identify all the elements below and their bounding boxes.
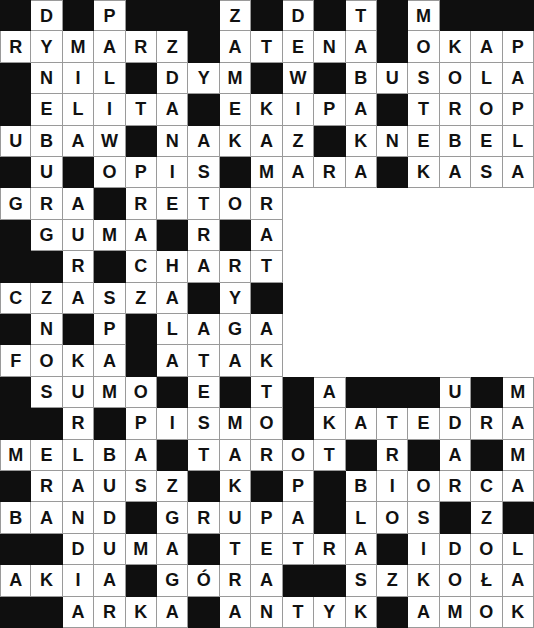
cell-r5-c12[interactable]: K <box>346 126 377 157</box>
cell-r16-c14[interactable]: O <box>408 471 439 502</box>
cell-r10-c12 <box>346 283 377 314</box>
cell-r2-c13 <box>377 31 408 62</box>
cell-r2-c11[interactable]: N <box>314 31 345 62</box>
cell-r5-c4[interactable]: W <box>94 126 125 157</box>
cell-r14-c5[interactable]: P <box>126 408 157 439</box>
cell-r7-c10 <box>283 188 314 219</box>
cell-r15-c6 <box>157 440 188 471</box>
cell-r6-c12[interactable]: A <box>346 157 377 188</box>
cell-r10-c2[interactable]: Z <box>31 283 62 314</box>
cell-r1-c11 <box>314 0 345 31</box>
cell-r8-c11 <box>314 220 345 251</box>
cell-r1-c7 <box>188 0 219 31</box>
cell-r14-c13[interactable]: T <box>377 408 408 439</box>
cell-r11-c3 <box>63 314 94 345</box>
cell-r14-c8[interactable]: M <box>220 408 251 439</box>
cell-r12-c4[interactable]: A <box>94 345 125 376</box>
cell-r17-c4[interactable]: D <box>94 502 125 533</box>
cell-r18-c15[interactable]: D <box>440 534 471 565</box>
cell-r18-c12[interactable]: A <box>346 534 377 565</box>
cell-r15-c12 <box>346 440 377 471</box>
cell-r17-c9[interactable]: P <box>251 502 282 533</box>
cell-r15-c4[interactable]: B <box>94 440 125 471</box>
cell-r18-c5[interactable]: M <box>126 534 157 565</box>
cell-r16-c13[interactable]: I <box>377 471 408 502</box>
cell-r6-c6[interactable]: I <box>157 157 188 188</box>
cell-r4-c3[interactable]: L <box>63 94 94 125</box>
cell-r13-c8 <box>220 377 251 408</box>
cell-r15-c8[interactable]: A <box>220 440 251 471</box>
cell-r12-c9[interactable]: K <box>251 345 282 376</box>
cell-r18-c7 <box>188 534 219 565</box>
cell-r18-c16[interactable]: O <box>471 534 502 565</box>
cell-r7-c13 <box>377 188 408 219</box>
cell-r2-c14[interactable]: O <box>408 31 439 62</box>
cell-r10-c11 <box>314 283 345 314</box>
cell-r14-c1 <box>0 408 31 439</box>
cell-r8-c8 <box>220 220 251 251</box>
cell-r20-c3[interactable]: A <box>63 597 94 628</box>
cell-r4-c2[interactable]: E <box>31 94 62 125</box>
cell-r3-c17[interactable]: A <box>503 63 534 94</box>
cell-r20-c15[interactable]: M <box>440 597 471 628</box>
cell-r2-c8[interactable]: A <box>220 31 251 62</box>
cell-r2-c5[interactable]: R <box>126 31 157 62</box>
cell-r2-c16[interactable]: A <box>471 31 502 62</box>
cell-r1-c8[interactable]: Z <box>220 0 251 31</box>
cell-r14-c10 <box>283 408 314 439</box>
cell-r10-c7 <box>188 283 219 314</box>
cell-r16-c3[interactable]: A <box>63 471 94 502</box>
cell-r9-c15 <box>440 251 471 282</box>
cell-r3-c8[interactable]: M <box>220 63 251 94</box>
cell-r2-c15[interactable]: K <box>440 31 471 62</box>
cell-r20-c8[interactable]: A <box>220 597 251 628</box>
cell-r6-c7[interactable]: S <box>188 157 219 188</box>
cell-r20-c6[interactable]: A <box>157 597 188 628</box>
cell-r19-c9[interactable]: A <box>251 565 282 596</box>
cell-r2-c1[interactable]: R <box>0 31 31 62</box>
cell-r9-c8[interactable]: R <box>220 251 251 282</box>
cell-r12-c11 <box>314 345 345 376</box>
cell-r7-c2[interactable]: R <box>31 188 62 219</box>
cell-r16-c12[interactable]: B <box>346 471 377 502</box>
cell-r14-c15[interactable]: D <box>440 408 471 439</box>
cell-r2-c7 <box>188 31 219 62</box>
cell-r12-c7[interactable]: T <box>188 345 219 376</box>
cell-r3-c15[interactable]: O <box>440 63 471 94</box>
cell-r17-c6[interactable]: G <box>157 502 188 533</box>
cell-r18-c6[interactable]: A <box>157 534 188 565</box>
cell-r12-c6[interactable]: A <box>157 345 188 376</box>
cell-r4-c11[interactable]: P <box>314 94 345 125</box>
cell-r8-c10 <box>283 220 314 251</box>
cell-r4-c9[interactable]: K <box>251 94 282 125</box>
cell-r15-c17[interactable]: M <box>503 440 534 471</box>
cell-r5-c15[interactable]: B <box>440 126 471 157</box>
cell-r19-c16[interactable]: Ł <box>471 565 502 596</box>
cell-r18-c10[interactable]: T <box>283 534 314 565</box>
cell-r10-c6[interactable]: A <box>157 283 188 314</box>
cell-r17-c1[interactable]: B <box>0 502 31 533</box>
cell-r17-c11 <box>314 502 345 533</box>
cell-r7-c1[interactable]: G <box>0 188 31 219</box>
cell-r20-c4[interactable]: R <box>94 597 125 628</box>
cell-r1-c16 <box>471 0 502 31</box>
cell-r18-c9[interactable]: E <box>251 534 282 565</box>
cell-r2-c6[interactable]: Z <box>157 31 188 62</box>
cell-r5-c3[interactable]: A <box>63 126 94 157</box>
cell-r18-c4[interactable]: U <box>94 534 125 565</box>
cell-r4-c14[interactable]: T <box>408 94 439 125</box>
cell-r7-c7[interactable]: T <box>188 188 219 219</box>
cell-r16-c17[interactable]: A <box>503 471 534 502</box>
cell-r12-c12 <box>346 345 377 376</box>
cell-r5-c17[interactable]: L <box>503 126 534 157</box>
cell-r15-c10[interactable]: O <box>283 440 314 471</box>
cell-r4-c13 <box>377 94 408 125</box>
cell-r10-c5[interactable]: Z <box>126 283 157 314</box>
cell-r1-c4[interactable]: P <box>94 0 125 31</box>
cell-r9-c6[interactable]: H <box>157 251 188 282</box>
cell-r5-c16[interactable]: E <box>471 126 502 157</box>
cell-r13-c4[interactable]: M <box>94 377 125 408</box>
cell-r16-c15[interactable]: R <box>440 471 471 502</box>
cell-r13-c12 <box>346 377 377 408</box>
cell-r1-c2[interactable]: D <box>31 0 62 31</box>
cell-r15-c1[interactable]: M <box>0 440 31 471</box>
cell-r6-c17[interactable]: A <box>503 157 534 188</box>
cell-r13-c6 <box>157 377 188 408</box>
cell-r7-c14 <box>408 188 439 219</box>
cell-r19-c4[interactable]: A <box>94 565 125 596</box>
cell-r8-c5[interactable]: A <box>126 220 157 251</box>
cell-r9-c7[interactable]: A <box>188 251 219 282</box>
cell-r16-c8[interactable]: K <box>220 471 251 502</box>
cell-r5-c8[interactable]: K <box>220 126 251 157</box>
cell-r6-c10[interactable]: A <box>283 157 314 188</box>
cell-r6-c2[interactable]: U <box>31 157 62 188</box>
cell-r16-c10[interactable]: P <box>283 471 314 502</box>
cell-r12-c13 <box>377 345 408 376</box>
cell-r19-c1[interactable]: A <box>0 565 31 596</box>
cell-r4-c5[interactable]: T <box>126 94 157 125</box>
cell-r16-c6[interactable]: Z <box>157 471 188 502</box>
cell-r14-c14[interactable]: E <box>408 408 439 439</box>
cell-r14-c11[interactable]: K <box>314 408 345 439</box>
cell-r13-c15[interactable]: U <box>440 377 471 408</box>
cell-r2-c4[interactable]: A <box>94 31 125 62</box>
cell-r9-c2 <box>31 251 62 282</box>
cell-r6-c4[interactable]: O <box>94 157 125 188</box>
cell-r5-c6[interactable]: N <box>157 126 188 157</box>
cell-r20-c7 <box>188 597 219 628</box>
cell-r15-c13[interactable]: R <box>377 440 408 471</box>
cell-r19-c3[interactable]: I <box>63 565 94 596</box>
cell-r4-c1 <box>0 94 31 125</box>
cell-r9-c5[interactable]: C <box>126 251 157 282</box>
cell-r10-c8[interactable]: Y <box>220 283 251 314</box>
cell-r18-c3[interactable]: D <box>63 534 94 565</box>
cell-r12-c2[interactable]: O <box>31 345 62 376</box>
cell-r18-c11[interactable]: R <box>314 534 345 565</box>
cell-r19-c2[interactable]: K <box>31 565 62 596</box>
cell-r8-c6 <box>157 220 188 251</box>
cell-r3-c10[interactable]: W <box>283 63 314 94</box>
cell-r13-c2[interactable]: S <box>31 377 62 408</box>
cell-r6-c1 <box>0 157 31 188</box>
cell-r4-c4[interactable]: I <box>94 94 125 125</box>
cell-r13-c5[interactable]: O <box>126 377 157 408</box>
cell-r17-c13[interactable]: O <box>377 502 408 533</box>
cell-r3-c7[interactable]: Y <box>188 63 219 94</box>
cell-r5-c7[interactable]: A <box>188 126 219 157</box>
cell-r6-c13 <box>377 157 408 188</box>
cell-r8-c7[interactable]: R <box>188 220 219 251</box>
cell-r5-c14[interactable]: E <box>408 126 439 157</box>
cell-r8-c3[interactable]: U <box>63 220 94 251</box>
cell-r3-c14[interactable]: S <box>408 63 439 94</box>
cell-r4-c7 <box>188 94 219 125</box>
cell-r12-c8[interactable]: A <box>220 345 251 376</box>
cell-r6-c15[interactable]: A <box>440 157 471 188</box>
cell-r4-c16[interactable]: O <box>471 94 502 125</box>
cell-r4-c12[interactable]: A <box>346 94 377 125</box>
cell-r17-c17 <box>503 502 534 533</box>
cell-r15-c11[interactable]: T <box>314 440 345 471</box>
cell-r19-c17[interactable]: A <box>503 565 534 596</box>
cell-r3-c1 <box>0 63 31 94</box>
cell-r13-c7[interactable]: E <box>188 377 219 408</box>
cell-r11-c6[interactable]: L <box>157 314 188 345</box>
cell-r6-c5[interactable]: P <box>126 157 157 188</box>
cell-r20-c9[interactable]: N <box>251 597 282 628</box>
cell-r9-c10 <box>283 251 314 282</box>
cell-r2-c10[interactable]: E <box>283 31 314 62</box>
cell-r10-c13 <box>377 283 408 314</box>
cell-r11-c12 <box>346 314 377 345</box>
cell-r16-c4[interactable]: U <box>94 471 125 502</box>
cell-r19-c8[interactable]: R <box>220 565 251 596</box>
cell-r11-c15 <box>440 314 471 345</box>
cell-r1-c14[interactable]: M <box>408 0 439 31</box>
cell-r14-c3[interactable]: R <box>63 408 94 439</box>
cell-r3-c16[interactable]: L <box>471 63 502 94</box>
cell-r19-c5 <box>126 565 157 596</box>
cell-r1-c10[interactable]: D <box>283 0 314 31</box>
cell-r16-c2[interactable]: R <box>31 471 62 502</box>
cell-r15-c7[interactable]: T <box>188 440 219 471</box>
cell-r16-c11 <box>314 471 345 502</box>
cell-r4-c6[interactable]: A <box>157 94 188 125</box>
cell-r6-c16[interactable]: S <box>471 157 502 188</box>
cell-r7-c16 <box>471 188 502 219</box>
cell-r5-c1[interactable]: U <box>0 126 31 157</box>
cell-r18-c8[interactable]: T <box>220 534 251 565</box>
cell-r17-c7[interactable]: R <box>188 502 219 533</box>
cell-r2-c17[interactable]: P <box>503 31 534 62</box>
cell-r3-c12[interactable]: B <box>346 63 377 94</box>
cell-r19-c14[interactable]: K <box>408 565 439 596</box>
cell-r6-c3 <box>63 157 94 188</box>
cell-r13-c3[interactable]: U <box>63 377 94 408</box>
cell-r1-c17 <box>503 0 534 31</box>
cell-r11-c8[interactable]: G <box>220 314 251 345</box>
cell-r20-c16[interactable]: O <box>471 597 502 628</box>
cell-r8-c17 <box>503 220 534 251</box>
cell-r13-c17[interactable]: M <box>503 377 534 408</box>
cell-r9-c9[interactable]: T <box>251 251 282 282</box>
cell-r17-c2[interactable]: A <box>31 502 62 533</box>
cell-r18-c1 <box>0 534 31 565</box>
cell-r17-c15 <box>440 502 471 533</box>
cell-r7-c5[interactable]: R <box>126 188 157 219</box>
cell-r18-c17[interactable]: L <box>503 534 534 565</box>
cell-r4-c17[interactable]: P <box>503 94 534 125</box>
cell-r16-c16[interactable]: C <box>471 471 502 502</box>
cell-r19-c13[interactable]: Z <box>377 565 408 596</box>
cell-r20-c11[interactable]: Y <box>314 597 345 628</box>
cell-r8-c4[interactable]: M <box>94 220 125 251</box>
cell-r13-c10 <box>283 377 314 408</box>
cell-r10-c4[interactable]: S <box>94 283 125 314</box>
cell-r3-c4[interactable]: L <box>94 63 125 94</box>
cell-r18-c13 <box>377 534 408 565</box>
cell-r3-c2[interactable]: N <box>31 63 62 94</box>
cell-r14-c16[interactable]: R <box>471 408 502 439</box>
cell-r11-c13 <box>377 314 408 345</box>
cell-r10-c3[interactable]: A <box>63 283 94 314</box>
cell-r20-c14[interactable]: A <box>408 597 439 628</box>
cell-r1-c1 <box>0 0 31 31</box>
cell-r3-c6[interactable]: D <box>157 63 188 94</box>
cell-r14-c17[interactable]: A <box>503 408 534 439</box>
cell-r18-c14[interactable]: I <box>408 534 439 565</box>
cell-r2-c9[interactable]: T <box>251 31 282 62</box>
cell-r15-c9[interactable]: R <box>251 440 282 471</box>
cell-r4-c8[interactable]: E <box>220 94 251 125</box>
cell-r19-c6[interactable]: G <box>157 565 188 596</box>
cell-r11-c2[interactable]: N <box>31 314 62 345</box>
cell-r8-c9[interactable]: A <box>251 220 282 251</box>
cell-r2-c3[interactable]: M <box>63 31 94 62</box>
cell-r14-c7[interactable]: S <box>188 408 219 439</box>
cell-r1-c12[interactable]: T <box>346 0 377 31</box>
cell-r5-c13[interactable]: N <box>377 126 408 157</box>
crossword-grid: DPZDTMRYMARZATENAOKAPNILDYMWBUSOLAELITAE… <box>0 0 534 628</box>
cell-r8-c13 <box>377 220 408 251</box>
cell-r20-c12[interactable]: K <box>346 597 377 628</box>
cell-r13-c11[interactable]: A <box>314 377 345 408</box>
cell-r7-c17 <box>503 188 534 219</box>
cell-r12-c1[interactable]: F <box>0 345 31 376</box>
cell-r7-c6[interactable]: E <box>157 188 188 219</box>
cell-r9-c4 <box>94 251 125 282</box>
cell-r13-c14 <box>408 377 439 408</box>
cell-r17-c12[interactable]: L <box>346 502 377 533</box>
cell-r5-c9[interactable]: A <box>251 126 282 157</box>
cell-r17-c8[interactable]: U <box>220 502 251 533</box>
cell-r14-c6[interactable]: I <box>157 408 188 439</box>
cell-r12-c3[interactable]: K <box>63 345 94 376</box>
cell-r6-c14[interactable]: K <box>408 157 439 188</box>
cell-r9-c3[interactable]: R <box>63 251 94 282</box>
cell-r1-c13 <box>377 0 408 31</box>
cell-r8-c15 <box>440 220 471 251</box>
cell-r10-c1[interactable]: C <box>0 283 31 314</box>
cell-r15-c14 <box>408 440 439 471</box>
cell-r10-c16 <box>471 283 502 314</box>
cell-r13-c16 <box>471 377 502 408</box>
cell-r5-c2[interactable]: B <box>31 126 62 157</box>
cell-r3-c13[interactable]: U <box>377 63 408 94</box>
cell-r6-c9[interactable]: M <box>251 157 282 188</box>
cell-r19-c12[interactable]: S <box>346 565 377 596</box>
cell-r20-c5[interactable]: K <box>126 597 157 628</box>
cell-r2-c2[interactable]: Y <box>31 31 62 62</box>
cell-r14-c9[interactable]: O <box>251 408 282 439</box>
cell-r4-c10[interactable]: I <box>283 94 314 125</box>
cell-r12-c10 <box>283 345 314 376</box>
cell-r5-c10[interactable]: Z <box>283 126 314 157</box>
cell-r20-c17[interactable]: K <box>503 597 534 628</box>
cell-r6-c11[interactable]: R <box>314 157 345 188</box>
cell-r14-c12[interactable]: A <box>346 408 377 439</box>
cell-r15-c2[interactable]: E <box>31 440 62 471</box>
cell-r11-c5 <box>126 314 157 345</box>
cell-r11-c14 <box>408 314 439 345</box>
cell-r14-c4 <box>94 408 125 439</box>
cell-r9-c11 <box>314 251 345 282</box>
cell-r17-c14[interactable]: S <box>408 502 439 533</box>
cell-r11-c9[interactable]: A <box>251 314 282 345</box>
cell-r11-c4[interactable]: P <box>94 314 125 345</box>
cell-r17-c3[interactable]: N <box>63 502 94 533</box>
cell-r20-c10[interactable]: T <box>283 597 314 628</box>
cell-r3-c3[interactable]: I <box>63 63 94 94</box>
cell-r11-c7[interactable]: A <box>188 314 219 345</box>
cell-r2-c12[interactable]: A <box>346 31 377 62</box>
cell-r9-c17 <box>503 251 534 282</box>
cell-r7-c8[interactable]: O <box>220 188 251 219</box>
cell-r7-c3[interactable]: A <box>63 188 94 219</box>
cell-r20-c1 <box>0 597 31 628</box>
cell-r15-c15[interactable]: A <box>440 440 471 471</box>
cell-r8-c2[interactable]: G <box>31 220 62 251</box>
cell-r8-c16 <box>471 220 502 251</box>
cell-r16-c5[interactable]: S <box>126 471 157 502</box>
cell-r15-c5[interactable]: A <box>126 440 157 471</box>
cell-r11-c16 <box>471 314 502 345</box>
cell-r8-c14 <box>408 220 439 251</box>
cell-r16-c7 <box>188 471 219 502</box>
cell-r17-c5 <box>126 502 157 533</box>
cell-r7-c9[interactable]: R <box>251 188 282 219</box>
cell-r17-c10[interactable]: A <box>283 502 314 533</box>
cell-r12-c5 <box>126 345 157 376</box>
cell-r12-c16 <box>471 345 502 376</box>
cell-r15-c3[interactable]: L <box>63 440 94 471</box>
cell-r10-c9 <box>251 283 282 314</box>
cell-r16-c1 <box>0 471 31 502</box>
cell-r7-c15 <box>440 188 471 219</box>
cell-r17-c16[interactable]: Z <box>471 502 502 533</box>
cell-r4-c15[interactable]: R <box>440 94 471 125</box>
cell-r19-c7[interactable]: Ó <box>188 565 219 596</box>
cell-r13-c9[interactable]: T <box>251 377 282 408</box>
cell-r19-c15[interactable]: O <box>440 565 471 596</box>
cell-r8-c12 <box>346 220 377 251</box>
